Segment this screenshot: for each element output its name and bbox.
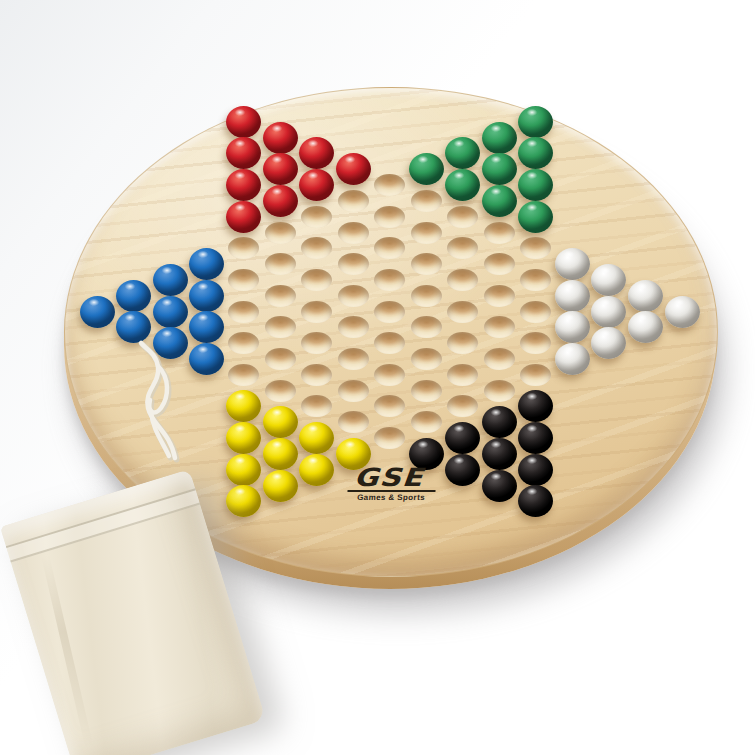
hole[interactable] (447, 237, 478, 259)
board-cell (335, 217, 372, 249)
hole[interactable] (338, 411, 369, 433)
marble-blue[interactable] (153, 296, 188, 328)
hole[interactable] (338, 380, 369, 402)
hole[interactable] (484, 285, 515, 307)
marble-blue[interactable] (80, 296, 115, 328)
board-cell (225, 233, 262, 265)
board-cell (518, 264, 555, 296)
marble-white[interactable] (628, 311, 663, 343)
board-cell (371, 264, 408, 296)
marble-white[interactable] (591, 264, 626, 296)
marble-black[interactable] (518, 422, 553, 454)
hole[interactable] (411, 380, 442, 402)
hole[interactable] (520, 332, 551, 354)
board-cell (262, 343, 299, 375)
hole[interactable] (411, 411, 442, 433)
hole[interactable] (484, 316, 515, 338)
board-cell (554, 343, 591, 375)
board-cell (116, 280, 153, 312)
board-cell (371, 233, 408, 265)
hole[interactable] (301, 332, 332, 354)
board-cell (152, 296, 189, 328)
board-cell (481, 375, 518, 407)
board-cell (627, 312, 664, 344)
marble-red[interactable] (226, 137, 261, 169)
board-cell (444, 264, 481, 296)
board-cell (262, 438, 299, 470)
marble-yellow[interactable] (299, 422, 334, 454)
hole[interactable] (411, 316, 442, 338)
board-cell (335, 312, 372, 344)
hole[interactable] (520, 301, 551, 323)
hole[interactable] (374, 301, 405, 323)
board-cell (225, 454, 262, 486)
marble-white[interactable] (628, 280, 663, 312)
board-cell (225, 264, 262, 296)
board-cell (591, 264, 628, 296)
hole[interactable] (484, 380, 515, 402)
board-cell (408, 343, 445, 375)
hole[interactable] (265, 253, 296, 275)
marble-black[interactable] (445, 454, 480, 486)
board-cell (554, 280, 591, 312)
board-cell (152, 264, 189, 296)
hole[interactable] (484, 253, 515, 275)
hole[interactable] (338, 316, 369, 338)
marble-yellow[interactable] (263, 438, 298, 470)
hole[interactable] (520, 269, 551, 291)
marble-green[interactable] (518, 137, 553, 169)
hole[interactable] (374, 237, 405, 259)
board-cell (444, 201, 481, 233)
marble-white[interactable] (665, 296, 700, 328)
board-cell (371, 169, 408, 201)
board-cell (444, 169, 481, 201)
board-cell (262, 375, 299, 407)
marble-yellow[interactable] (226, 422, 261, 454)
board-cell (225, 327, 262, 359)
board-cell (298, 264, 335, 296)
marble-green[interactable] (518, 169, 553, 201)
hole[interactable] (265, 380, 296, 402)
board-cell (298, 138, 335, 170)
hole[interactable] (447, 269, 478, 291)
hole[interactable] (228, 301, 259, 323)
hole[interactable] (374, 395, 405, 417)
marble-green[interactable] (518, 201, 553, 233)
board-cell (225, 201, 262, 233)
marble-white[interactable] (591, 296, 626, 328)
board-cell (408, 217, 445, 249)
board-cell (481, 312, 518, 344)
marble-red[interactable] (299, 137, 334, 169)
marble-red[interactable] (263, 122, 298, 154)
board-cell (298, 201, 335, 233)
board-cell (481, 217, 518, 249)
hole[interactable] (265, 348, 296, 370)
board-cell (262, 217, 299, 249)
hole[interactable] (374, 206, 405, 228)
brand-tagline: Games & Sports (343, 493, 440, 502)
board-cell (444, 359, 481, 391)
marble-red[interactable] (226, 106, 261, 138)
board-cell (189, 280, 226, 312)
board-cell (408, 153, 445, 185)
board-cell (481, 438, 518, 470)
hole[interactable] (447, 364, 478, 386)
brand-name: GSE (353, 466, 424, 490)
board-cell (518, 201, 555, 233)
board-cell (335, 248, 372, 280)
board-cell (189, 312, 226, 344)
board-cell (225, 106, 262, 138)
marble-green[interactable] (482, 153, 517, 185)
marble-white[interactable] (555, 343, 590, 375)
marble-yellow[interactable] (226, 485, 261, 517)
board-cell (481, 343, 518, 375)
marble-black[interactable] (482, 406, 517, 438)
marble-white[interactable] (555, 280, 590, 312)
marble-black[interactable] (482, 470, 517, 502)
board-cell (371, 201, 408, 233)
hole[interactable] (338, 190, 369, 212)
board-cell (298, 391, 335, 423)
hole[interactable] (447, 206, 478, 228)
hole[interactable] (411, 190, 442, 212)
marble-black[interactable] (518, 454, 553, 486)
board-cell (371, 422, 408, 454)
hole[interactable] (411, 285, 442, 307)
hole[interactable] (411, 222, 442, 244)
board-cell (444, 296, 481, 328)
hole[interactable] (301, 206, 332, 228)
board-cell (225, 359, 262, 391)
marble-white[interactable] (555, 311, 590, 343)
hole[interactable] (338, 253, 369, 275)
board-cell (518, 359, 555, 391)
board-cell (518, 138, 555, 170)
board-cell (554, 312, 591, 344)
board-cell (335, 375, 372, 407)
hole[interactable] (228, 237, 259, 259)
hole[interactable] (301, 395, 332, 417)
bag-fold (41, 554, 93, 747)
board-cell (335, 406, 372, 438)
board-cell (298, 233, 335, 265)
board-cell (481, 406, 518, 438)
hole[interactable] (447, 301, 478, 323)
marble-blue[interactable] (116, 311, 151, 343)
board-cell (262, 153, 299, 185)
board-cell (408, 375, 445, 407)
board-cell (518, 296, 555, 328)
hole[interactable] (301, 364, 332, 386)
board-cell (627, 280, 664, 312)
board-cell (664, 296, 701, 328)
marble-yellow[interactable] (226, 454, 261, 486)
board-cell (444, 327, 481, 359)
hole[interactable] (484, 222, 515, 244)
board-cell (335, 185, 372, 217)
hole[interactable] (228, 332, 259, 354)
board-cell (481, 280, 518, 312)
board-cell (481, 248, 518, 280)
board-cell (225, 169, 262, 201)
hole[interactable] (301, 237, 332, 259)
board-cell (262, 406, 299, 438)
hole[interactable] (301, 269, 332, 291)
board-cell (225, 391, 262, 423)
board-cell (262, 312, 299, 344)
marble-green[interactable] (409, 153, 444, 185)
board-cell (298, 454, 335, 486)
hole[interactable] (338, 222, 369, 244)
product-photo: GSE ™ Games & Sports (0, 0, 755, 755)
board-cell (298, 359, 335, 391)
board-cell (298, 327, 335, 359)
board-cell (518, 486, 555, 518)
marble-yellow[interactable] (263, 406, 298, 438)
board-cell (518, 169, 555, 201)
marble-red[interactable] (226, 169, 261, 201)
hole[interactable] (374, 269, 405, 291)
board-cell (444, 391, 481, 423)
marble-blue[interactable] (153, 327, 188, 359)
bag-hem-seam (6, 488, 200, 562)
hole[interactable] (520, 364, 551, 386)
marble-green[interactable] (445, 137, 480, 169)
marble-blue[interactable] (189, 311, 224, 343)
board-cell (554, 248, 591, 280)
board-cell (444, 422, 481, 454)
board-cell (225, 138, 262, 170)
hole[interactable] (338, 285, 369, 307)
board-cell (518, 454, 555, 486)
board-cell (298, 296, 335, 328)
marble-red[interactable] (336, 153, 371, 185)
hole[interactable] (301, 301, 332, 323)
star-hole-grid (79, 106, 700, 517)
board-cell (262, 185, 299, 217)
board-cell (262, 280, 299, 312)
hole[interactable] (338, 348, 369, 370)
board-cell (518, 422, 555, 454)
board-cell (262, 470, 299, 502)
hole[interactable] (374, 364, 405, 386)
hole[interactable] (447, 395, 478, 417)
marble-black[interactable] (445, 422, 480, 454)
marble-red[interactable] (226, 201, 261, 233)
marble-green[interactable] (482, 122, 517, 154)
board-cell (591, 296, 628, 328)
marble-white[interactable] (591, 327, 626, 359)
marble-green[interactable] (518, 106, 553, 138)
hole[interactable] (484, 348, 515, 370)
marble-blue[interactable] (189, 248, 224, 280)
board-cell (481, 185, 518, 217)
board-cell (225, 486, 262, 518)
board-cell (262, 122, 299, 154)
marble-blue[interactable] (189, 280, 224, 312)
board-cell (518, 106, 555, 138)
board-cell (79, 296, 116, 328)
board-cell (371, 327, 408, 359)
board-cell (298, 169, 335, 201)
hole[interactable] (447, 332, 478, 354)
hole[interactable] (411, 348, 442, 370)
hole[interactable] (374, 427, 405, 449)
marble-red[interactable] (299, 169, 334, 201)
hole[interactable] (411, 253, 442, 275)
board-cell (152, 327, 189, 359)
marble-blue[interactable] (153, 264, 188, 296)
board-cell (225, 296, 262, 328)
board-cell (408, 248, 445, 280)
board-cell (518, 327, 555, 359)
marble-blue[interactable] (189, 343, 224, 375)
hole[interactable] (374, 174, 405, 196)
board-cell (298, 422, 335, 454)
hole[interactable] (265, 316, 296, 338)
board-cell (518, 233, 555, 265)
hole[interactable] (265, 222, 296, 244)
board-cell (408, 185, 445, 217)
board-cell (371, 359, 408, 391)
board-cell (116, 312, 153, 344)
board-cell (262, 248, 299, 280)
board-cell (371, 391, 408, 423)
marble-yellow[interactable] (299, 454, 334, 486)
hole[interactable] (228, 364, 259, 386)
marble-yellow[interactable] (263, 470, 298, 502)
marble-green[interactable] (482, 185, 517, 217)
board-cell (518, 391, 555, 423)
marble-black[interactable] (482, 438, 517, 470)
board-cell (444, 233, 481, 265)
board-cell (444, 138, 481, 170)
hole[interactable] (228, 269, 259, 291)
board-cell (225, 422, 262, 454)
board-cell (335, 280, 372, 312)
marble-blue[interactable] (116, 280, 151, 312)
board-cell (189, 248, 226, 280)
board-cell (481, 470, 518, 502)
board-cell (444, 454, 481, 486)
marble-red[interactable] (263, 153, 298, 185)
marble-black[interactable] (518, 485, 553, 517)
board-cell (335, 153, 372, 185)
brand-logo: GSE ™ Games & Sports (343, 466, 442, 502)
board-cell (189, 343, 226, 375)
hole[interactable] (520, 237, 551, 259)
hole[interactable] (374, 332, 405, 354)
board-cell (408, 406, 445, 438)
board-cell (481, 153, 518, 185)
marble-white[interactable] (555, 248, 590, 280)
board-cell (335, 343, 372, 375)
board-cell (481, 122, 518, 154)
board-cell (371, 296, 408, 328)
marble-green[interactable] (445, 169, 480, 201)
hole[interactable] (265, 285, 296, 307)
marble-black[interactable] (518, 390, 553, 422)
board-cell (408, 312, 445, 344)
marble-red[interactable] (263, 185, 298, 217)
board-cell (591, 327, 628, 359)
marble-yellow[interactable] (226, 390, 261, 422)
board-cell (408, 280, 445, 312)
